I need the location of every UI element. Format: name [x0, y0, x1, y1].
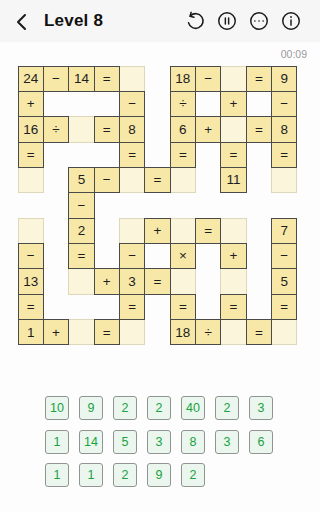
empty-slot-r11c11[interactable]: [271, 319, 297, 345]
grid-gap: [43, 243, 69, 269]
operator-cell-r4c9: =: [220, 142, 246, 168]
grid-gap: [195, 294, 221, 320]
operator-cell-r2c11: −: [271, 91, 297, 117]
empty-slot-r5c1[interactable]: [18, 167, 44, 193]
grid-gap: [246, 167, 272, 193]
number-cell-r9c1: 13: [18, 268, 44, 294]
operator-cell-r1c10: =: [246, 66, 272, 92]
operator-cell-r10c1: =: [18, 294, 44, 320]
app-screen: Level 8: [0, 0, 320, 512]
grid-gap: [43, 142, 69, 168]
operator-cell-r8c11: −: [271, 243, 297, 269]
number-cell-r9c11: 5: [271, 268, 297, 294]
operator-cell-r2c5: −: [119, 91, 145, 117]
operator-cell-r3c2: ÷: [43, 116, 69, 142]
timer: 00:09: [281, 48, 307, 60]
operator-cell-r8c9: +: [220, 243, 246, 269]
empty-slot-r5c11[interactable]: [271, 167, 297, 193]
grid-gap: [170, 192, 196, 218]
grid-gap: [94, 243, 120, 269]
grid-gap: [246, 243, 272, 269]
operator-cell-r11c2: +: [43, 319, 69, 345]
empty-slot-r3c3[interactable]: [68, 116, 94, 142]
operator-cell-r2c9: +: [220, 91, 246, 117]
grid-gap: [94, 142, 120, 168]
grid-gap: [144, 243, 170, 269]
empty-slot-r7c9[interactable]: [220, 218, 246, 244]
tray-tile-8[interactable]: 8: [181, 430, 205, 454]
grid-gap: [43, 268, 69, 294]
tray-tile-2[interactable]: 2: [113, 463, 137, 487]
empty-slot-r9c3[interactable]: [68, 268, 94, 294]
grid-gap: [195, 192, 221, 218]
number-cell-r3c1: 16: [18, 116, 44, 142]
number-cell-r3c7: 6: [170, 116, 196, 142]
operator-cell-r4c5: =: [119, 142, 145, 168]
grid-gap: [144, 294, 170, 320]
operator-cell-r8c1: −: [18, 243, 44, 269]
operator-cell-r6c3: −: [68, 192, 94, 218]
operator-cell-r1c8: −: [195, 66, 221, 92]
tray-row-1: 109224023: [45, 396, 273, 420]
operator-cell-r11c8: ÷: [195, 319, 221, 345]
number-cell-r5c9: 11: [220, 167, 246, 193]
empty-slot-r11c9[interactable]: [220, 319, 246, 345]
operator-cell-r11c10: =: [246, 319, 272, 345]
grid-gap: [144, 192, 170, 218]
empty-slot-r3c9[interactable]: [220, 116, 246, 142]
tray-tile-1[interactable]: 1: [79, 463, 103, 487]
tray-tile-10[interactable]: 10: [45, 396, 69, 420]
number-cell-r7c3: 2: [68, 218, 94, 244]
tray-tile-6[interactable]: 6: [249, 430, 273, 454]
grid-gap: [246, 91, 272, 117]
back-icon[interactable]: [10, 10, 34, 34]
grid-gap: [94, 294, 120, 320]
operator-cell-r4c1: =: [18, 142, 44, 168]
operator-cell-r10c9: =: [220, 294, 246, 320]
tray-tile-2[interactable]: 2: [181, 463, 205, 487]
number-cell-r11c7: 18: [170, 319, 196, 345]
tray-tile-2[interactable]: 2: [215, 396, 239, 420]
tray-row-3: 11292: [45, 463, 273, 487]
operator-cell-r10c7: =: [170, 294, 196, 320]
operator-cell-r4c7: =: [170, 142, 196, 168]
tray-tile-5[interactable]: 5: [113, 430, 137, 454]
grid-gap: [246, 294, 272, 320]
tray-tile-9[interactable]: 9: [79, 396, 103, 420]
grid-gap: [43, 218, 69, 244]
grid-gap: [68, 91, 94, 117]
empty-slot-r7c5[interactable]: [119, 218, 145, 244]
operator-cell-r3c10: =: [246, 116, 272, 142]
tray-row-2: 11453836: [45, 430, 273, 454]
number-cell-r3c11: 8: [271, 116, 297, 142]
operator-cell-r10c11: =: [271, 294, 297, 320]
tray-tile-2[interactable]: 2: [147, 396, 171, 420]
empty-slot-r7c7[interactable]: [170, 218, 196, 244]
pause-icon[interactable]: [216, 10, 238, 32]
number-tray: 1092240231145383611292: [45, 396, 273, 487]
grid-gap: [246, 192, 272, 218]
empty-slot-r9c7[interactable]: [170, 268, 196, 294]
number-cell-r7c11: 7: [271, 218, 297, 244]
grid-gap: [195, 243, 221, 269]
grid-gap: [94, 192, 120, 218]
tray-tile-3[interactable]: 3: [215, 430, 239, 454]
grid-gap: [43, 294, 69, 320]
grid-gap: [94, 218, 120, 244]
operator-cell-r2c7: ÷: [170, 91, 196, 117]
tray-tile-3[interactable]: 3: [249, 396, 273, 420]
empty-slot-r5c7[interactable]: [170, 167, 196, 193]
number-cell-r1c7: 18: [170, 66, 196, 92]
grid-gap: [94, 91, 120, 117]
operator-cell-r10c5: =: [119, 294, 145, 320]
tray-tile-3[interactable]: 3: [147, 430, 171, 454]
empty-slot-r9c9[interactable]: [220, 268, 246, 294]
operator-cell-r3c8: +: [195, 116, 221, 142]
restart-icon[interactable]: [184, 10, 206, 32]
grid-gap: [119, 192, 145, 218]
grid-gap: [144, 319, 170, 345]
tray-tile-1[interactable]: 1: [45, 463, 69, 487]
number-cell-r1c3: 14: [68, 66, 94, 92]
grid-gap: [246, 142, 272, 168]
number-cell-r3c5: 8: [119, 116, 145, 142]
grid-gap: [18, 192, 44, 218]
operator-cell-r8c5: −: [119, 243, 145, 269]
grid-gap: [43, 91, 69, 117]
grid-gap: [195, 167, 221, 193]
grid-gap: [144, 116, 170, 142]
more-options-icon[interactable]: [248, 10, 270, 32]
operator-cell-r1c2: −: [43, 66, 69, 92]
page-title: Level 8: [44, 11, 103, 31]
number-cell-r1c11: 9: [271, 66, 297, 92]
operator-cell-r8c3: =: [68, 243, 94, 269]
operator-cell-r5c4: −: [94, 167, 120, 193]
grid-gap: [43, 192, 69, 218]
grid-gap: [246, 268, 272, 294]
empty-slot-r1c5[interactable]: [119, 66, 145, 92]
operator-cell-r5c6: =: [144, 167, 170, 193]
number-cell-r11c1: 1: [18, 319, 44, 345]
empty-slot-r1c9[interactable]: [220, 66, 246, 92]
number-cell-r9c5: 3: [119, 268, 145, 294]
tray-tile-1[interactable]: 1: [45, 430, 69, 454]
operator-cell-r9c4: +: [94, 268, 120, 294]
grid-gap: [144, 66, 170, 92]
operator-cell-r7c8: =: [195, 218, 221, 244]
operator-cell-r7c6: +: [144, 218, 170, 244]
empty-slot-r7c1[interactable]: [18, 218, 44, 244]
grid-gap: [68, 142, 94, 168]
grid-gap: [220, 192, 246, 218]
grid-gap: [271, 192, 297, 218]
operator-cell-r4c11: =: [271, 142, 297, 168]
grid-gap: [246, 218, 272, 244]
tray-tile-40[interactable]: 40: [181, 396, 205, 420]
number-cell-r5c3: 5: [68, 167, 94, 193]
number-cell-r1c1: 24: [18, 66, 44, 92]
operator-cell-r9c6: =: [144, 268, 170, 294]
operator-cell-r8c7: ×: [170, 243, 196, 269]
tray-tile-14[interactable]: 14: [79, 430, 103, 454]
empty-slot-r11c3[interactable]: [68, 319, 94, 345]
empty-slot-r11c5[interactable]: [119, 319, 145, 345]
grid-gap: [195, 142, 221, 168]
info-icon[interactable]: [280, 10, 302, 32]
grid-gap: [144, 91, 170, 117]
operator-cell-r2c1: +: [18, 91, 44, 117]
operator-cell-r1c4: =: [94, 66, 120, 92]
puzzle-grid: 24−14=18−=9+−÷+−16÷=86+=8=====5−=11−2+=7…: [18, 66, 297, 345]
top-bar: Level 8: [0, 0, 320, 42]
operator-cell-r11c4: =: [94, 319, 120, 345]
grid-gap: [195, 91, 221, 117]
tray-tile-9[interactable]: 9: [147, 463, 171, 487]
grid-gap: [43, 167, 69, 193]
grid-gap: [195, 268, 221, 294]
grid-gap: [144, 142, 170, 168]
tray-tile-2[interactable]: 2: [113, 396, 137, 420]
grid-gap: [68, 294, 94, 320]
operator-cell-r3c4: =: [94, 116, 120, 142]
empty-slot-r5c5[interactable]: [119, 167, 145, 193]
